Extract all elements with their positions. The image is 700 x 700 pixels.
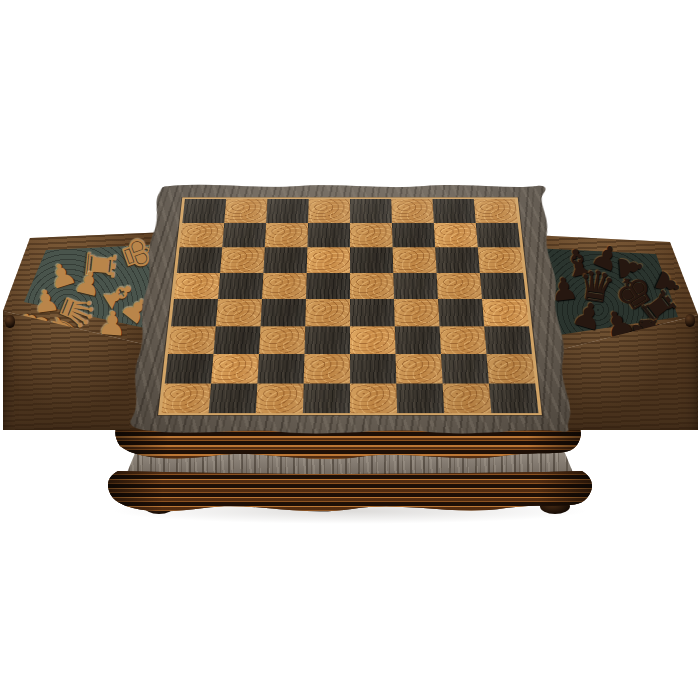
board-lid <box>116 180 583 440</box>
square-e3[interactable] <box>350 326 396 354</box>
square-b6[interactable] <box>220 247 265 272</box>
square-a3[interactable] <box>168 326 216 354</box>
square-c5[interactable] <box>262 273 307 299</box>
square-b5[interactable] <box>218 273 263 299</box>
square-c7[interactable] <box>265 223 308 248</box>
square-g4[interactable] <box>438 299 484 326</box>
square-h2[interactable] <box>487 354 536 383</box>
square-e1[interactable] <box>350 383 397 413</box>
square-b7[interactable] <box>222 223 266 248</box>
square-c6[interactable] <box>263 247 307 272</box>
square-c1[interactable] <box>256 383 304 413</box>
square-f2[interactable] <box>396 354 443 383</box>
chess-box-scene: ♜♚♟♟♝♛♟♟♟♞♟ ♝♟♟♛♚♟♜♟♟♞♟ <box>0 0 700 700</box>
square-a6[interactable] <box>177 247 222 272</box>
square-g1[interactable] <box>443 383 492 413</box>
square-d1[interactable] <box>303 383 350 413</box>
square-f3[interactable] <box>395 326 441 354</box>
square-g6[interactable] <box>435 247 480 272</box>
square-a8[interactable] <box>182 199 226 223</box>
square-h8[interactable] <box>474 199 518 223</box>
square-c8[interactable] <box>266 199 309 223</box>
board <box>158 197 542 415</box>
square-e6[interactable] <box>350 247 393 272</box>
square-h5[interactable] <box>480 273 526 299</box>
square-h6[interactable] <box>478 247 523 272</box>
square-g8[interactable] <box>433 199 476 223</box>
square-f5[interactable] <box>393 273 438 299</box>
square-g5[interactable] <box>437 273 482 299</box>
square-b4[interactable] <box>216 299 262 326</box>
square-e8[interactable] <box>350 199 392 223</box>
square-d8[interactable] <box>308 199 350 223</box>
square-h3[interactable] <box>484 326 532 354</box>
square-g7[interactable] <box>434 223 478 248</box>
square-a2[interactable] <box>165 354 214 383</box>
square-f8[interactable] <box>391 199 434 223</box>
square-c4[interactable] <box>261 299 306 326</box>
square-f6[interactable] <box>393 247 437 272</box>
square-e2[interactable] <box>350 354 396 383</box>
square-h7[interactable] <box>476 223 521 248</box>
square-c2[interactable] <box>257 354 304 383</box>
square-d5[interactable] <box>306 273 350 299</box>
square-h1[interactable] <box>489 383 539 413</box>
square-e4[interactable] <box>350 299 395 326</box>
square-f4[interactable] <box>394 299 439 326</box>
square-b8[interactable] <box>224 199 267 223</box>
square-g3[interactable] <box>439 326 486 354</box>
square-b1[interactable] <box>209 383 258 413</box>
square-b2[interactable] <box>211 354 259 383</box>
square-d4[interactable] <box>305 299 350 326</box>
square-e5[interactable] <box>350 273 394 299</box>
square-a1[interactable] <box>162 383 212 413</box>
square-f7[interactable] <box>392 223 435 248</box>
square-a7[interactable] <box>180 223 225 248</box>
square-c3[interactable] <box>259 326 305 354</box>
square-d3[interactable] <box>304 326 350 354</box>
square-d7[interactable] <box>307 223 350 248</box>
drawer-knob-left[interactable] <box>5 315 15 328</box>
square-d6[interactable] <box>307 247 350 272</box>
square-a4[interactable] <box>171 299 218 326</box>
square-d2[interactable] <box>304 354 350 383</box>
square-h4[interactable] <box>482 299 529 326</box>
square-b3[interactable] <box>213 326 260 354</box>
square-e7[interactable] <box>350 223 393 248</box>
square-f1[interactable] <box>396 383 444 413</box>
square-g2[interactable] <box>441 354 489 383</box>
square-a5[interactable] <box>174 273 220 299</box>
drawer-knob-right[interactable] <box>685 314 695 327</box>
